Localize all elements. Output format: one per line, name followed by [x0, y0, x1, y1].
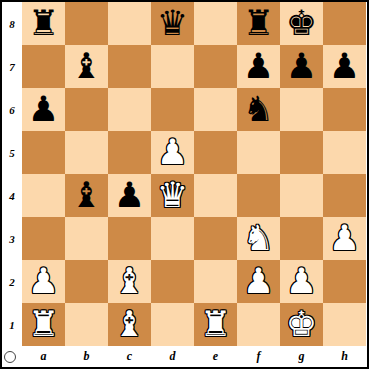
- square-b7[interactable]: ♝: [65, 45, 108, 88]
- square-c6[interactable]: [108, 88, 151, 131]
- square-d8[interactable]: ♛: [151, 2, 194, 45]
- rank-label-3: 3: [2, 217, 22, 260]
- square-h7[interactable]: ♟: [323, 45, 366, 88]
- square-e3[interactable]: [194, 217, 237, 260]
- rank-label-7: 7: [2, 45, 22, 88]
- square-a2[interactable]: ♟: [22, 260, 65, 303]
- square-e4[interactable]: [194, 174, 237, 217]
- square-h8[interactable]: [323, 2, 366, 45]
- board: ♜♛♜♚♝♟♟♟♟♞♟♝♟♛♞♟♟♝♟♟♜♝♜♚: [22, 2, 367, 346]
- rank-labels: 87654321: [2, 2, 22, 346]
- square-f4[interactable]: [237, 174, 280, 217]
- square-g1[interactable]: ♚: [280, 303, 323, 346]
- square-f2[interactable]: ♟: [237, 260, 280, 303]
- rank-label-2: 2: [2, 260, 22, 303]
- rank-label-1: 1: [2, 303, 22, 346]
- square-g5[interactable]: [280, 131, 323, 174]
- rank-label-5: 5: [2, 131, 22, 174]
- white-to-move-indicator: [4, 351, 16, 363]
- square-f7[interactable]: ♟: [237, 45, 280, 88]
- square-b5[interactable]: [65, 131, 108, 174]
- square-c7[interactable]: [108, 45, 151, 88]
- square-a1[interactable]: ♜: [22, 303, 65, 346]
- square-b4[interactable]: ♝: [65, 174, 108, 217]
- white-rook-a1: ♜: [22, 303, 65, 346]
- square-e5[interactable]: [194, 131, 237, 174]
- square-e8[interactable]: [194, 2, 237, 45]
- square-a8[interactable]: ♜: [22, 2, 65, 45]
- square-h6[interactable]: [323, 88, 366, 131]
- square-c5[interactable]: [108, 131, 151, 174]
- white-bishop-c1: ♝: [108, 303, 151, 346]
- square-d4[interactable]: ♛: [151, 174, 194, 217]
- square-f3[interactable]: ♞: [237, 217, 280, 260]
- file-label-a: a: [22, 349, 65, 364]
- white-pawn-a2: ♟: [22, 260, 65, 303]
- square-h3[interactable]: ♟: [323, 217, 366, 260]
- rank-label-8: 8: [2, 2, 22, 45]
- square-a7[interactable]: [22, 45, 65, 88]
- white-knight-f3: ♞: [237, 217, 280, 260]
- square-b8[interactable]: [65, 2, 108, 45]
- rank-label-6: 6: [2, 88, 22, 131]
- square-e1[interactable]: ♜: [194, 303, 237, 346]
- square-g6[interactable]: [280, 88, 323, 131]
- square-h4[interactable]: [323, 174, 366, 217]
- square-c3[interactable]: [108, 217, 151, 260]
- white-queen-d4: ♛: [151, 174, 194, 217]
- square-g4[interactable]: [280, 174, 323, 217]
- square-g3[interactable]: [280, 217, 323, 260]
- square-b2[interactable]: [65, 260, 108, 303]
- black-pawn-g7: ♟: [280, 45, 323, 88]
- bottom-strip: abcdefgh: [2, 346, 367, 367]
- white-pawn-f2: ♟: [237, 260, 280, 303]
- white-rook-e1: ♜: [194, 303, 237, 346]
- square-e2[interactable]: [194, 260, 237, 303]
- chess-diagram: 87654321 ♜♛♜♚♝♟♟♟♟♞♟♝♟♛♞♟♟♝♟♟♜♝♜♚ abcdef…: [0, 0, 369, 369]
- square-h5[interactable]: [323, 131, 366, 174]
- white-pawn-g2: ♟: [280, 260, 323, 303]
- square-f8[interactable]: ♜: [237, 2, 280, 45]
- file-label-c: c: [108, 349, 151, 364]
- square-d2[interactable]: [151, 260, 194, 303]
- square-a3[interactable]: [22, 217, 65, 260]
- square-f1[interactable]: [237, 303, 280, 346]
- square-h2[interactable]: [323, 260, 366, 303]
- black-bishop-b4: ♝: [65, 174, 108, 217]
- square-f5[interactable]: [237, 131, 280, 174]
- white-pawn-h3: ♟: [323, 217, 366, 260]
- square-c8[interactable]: [108, 2, 151, 45]
- black-pawn-c4: ♟: [108, 174, 151, 217]
- square-d5[interactable]: ♟: [151, 131, 194, 174]
- file-label-f: f: [237, 349, 280, 364]
- square-g2[interactable]: ♟: [280, 260, 323, 303]
- square-c2[interactable]: ♝: [108, 260, 151, 303]
- square-b3[interactable]: [65, 217, 108, 260]
- square-d3[interactable]: [151, 217, 194, 260]
- black-rook-a8: ♜: [22, 2, 65, 45]
- file-label-h: h: [323, 349, 366, 364]
- black-knight-f6: ♞: [237, 88, 280, 131]
- square-b6[interactable]: [65, 88, 108, 131]
- black-pawn-h7: ♟: [323, 45, 366, 88]
- black-pawn-a6: ♟: [22, 88, 65, 131]
- square-d7[interactable]: [151, 45, 194, 88]
- square-a4[interactable]: [22, 174, 65, 217]
- square-a6[interactable]: ♟: [22, 88, 65, 131]
- white-bishop-c2: ♝: [108, 260, 151, 303]
- rank-label-4: 4: [2, 174, 22, 217]
- black-rook-f8: ♜: [237, 2, 280, 45]
- square-c4[interactable]: ♟: [108, 174, 151, 217]
- square-e7[interactable]: [194, 45, 237, 88]
- square-g8[interactable]: ♚: [280, 2, 323, 45]
- square-a5[interactable]: [22, 131, 65, 174]
- black-queen-d8: ♛: [151, 2, 194, 45]
- square-d1[interactable]: [151, 303, 194, 346]
- white-king-g1: ♚: [280, 303, 323, 346]
- square-h1[interactable]: [323, 303, 366, 346]
- file-label-d: d: [151, 349, 194, 364]
- black-pawn-f7: ♟: [237, 45, 280, 88]
- square-f6[interactable]: ♞: [237, 88, 280, 131]
- black-bishop-b7: ♝: [65, 45, 108, 88]
- square-e6[interactable]: [194, 88, 237, 131]
- black-king-g8: ♚: [280, 2, 323, 45]
- square-d6[interactable]: [151, 88, 194, 131]
- square-g7[interactable]: ♟: [280, 45, 323, 88]
- square-c1[interactable]: ♝: [108, 303, 151, 346]
- file-label-b: b: [65, 349, 108, 364]
- file-label-e: e: [194, 349, 237, 364]
- file-label-g: g: [280, 349, 323, 364]
- white-pawn-d5: ♟: [151, 131, 194, 174]
- square-b1[interactable]: [65, 303, 108, 346]
